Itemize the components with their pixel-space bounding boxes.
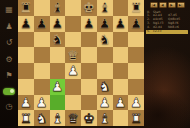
square-h7[interactable]: ♟ [128, 16, 144, 32]
square-b8[interactable] [34, 0, 50, 16]
next-move-button[interactable]: ▶ [168, 2, 176, 8]
black-pawn-a7[interactable]: ♟ [20, 17, 32, 30]
white-knight-f3[interactable]: ♞ [99, 80, 111, 93]
white-move: c2-c3 [153, 30, 168, 34]
white-pawn-c3[interactable]: ♟ [52, 80, 64, 93]
square-d2[interactable] [65, 95, 81, 111]
black-bishop-f8[interactable]: ♝ [99, 1, 111, 14]
settings-icon[interactable]: ⚙ [4, 55, 14, 64]
white-pawn-g2[interactable]: ♟ [115, 96, 127, 109]
square-g6[interactable] [113, 32, 129, 48]
white-pawn-f2[interactable]: ♟ [99, 96, 111, 109]
square-f8[interactable]: ♝ [97, 0, 113, 16]
black-pawn-g7[interactable]: ♟ [115, 17, 127, 30]
pieces-icon[interactable]: ♟ [4, 22, 14, 31]
square-d5[interactable]: ♛ [65, 47, 81, 63]
first-move-button[interactable]: |◀ [150, 2, 158, 8]
square-c5[interactable] [50, 47, 66, 63]
black-pawn-b7[interactable]: ♟ [36, 17, 48, 30]
square-a2[interactable]: ♟ [18, 95, 34, 111]
square-f4[interactable] [97, 63, 113, 79]
square-e5[interactable] [81, 47, 97, 63]
move-list: 0.Start1.e2-e4d7-d52.e4xd5Qd8xd53.Ng1-f3… [146, 11, 188, 34]
white-pawn-d4[interactable]: ♟ [67, 64, 79, 77]
square-a5[interactable] [18, 47, 34, 63]
square-c7[interactable]: ♟ [50, 16, 66, 32]
square-b5[interactable] [34, 47, 50, 63]
white-rook-h1[interactable]: ♜ [130, 112, 142, 125]
white-queen-d1[interactable]: ♛ [67, 112, 79, 125]
square-c2[interactable] [50, 95, 66, 111]
move-list-panel: |◀◀▶▶| 0.Start1.e2-e4d7-d52.e4xd5Qd8xd53… [146, 2, 188, 34]
square-h1[interactable]: ♜ [128, 110, 144, 126]
white-rook-a1[interactable]: ♜ [20, 112, 32, 125]
square-f2[interactable]: ♟ [97, 95, 113, 111]
black-knight-c6[interactable]: ♞ [52, 33, 64, 46]
square-d1[interactable]: ♛ [65, 110, 81, 126]
square-b6[interactable] [34, 32, 50, 48]
last-move-button[interactable]: ▶| [177, 2, 185, 8]
engine-toggle[interactable] [3, 88, 15, 95]
black-queen-d5[interactable]: ♛ [67, 49, 79, 62]
square-e1[interactable]: ♚ [81, 110, 97, 126]
square-c1[interactable]: ♝ [50, 110, 66, 126]
black-bishop-c8[interactable]: ♝ [52, 1, 64, 14]
black-move [168, 30, 188, 34]
square-h3[interactable] [128, 79, 144, 95]
black-king-e8[interactable]: ♚ [83, 1, 95, 14]
clock-icon[interactable]: ◷ [4, 102, 14, 111]
square-c8[interactable]: ♝ [50, 0, 66, 16]
white-bishop-c1[interactable]: ♝ [52, 112, 64, 125]
square-f3[interactable]: ♞ [97, 79, 113, 95]
square-c3[interactable]: ♟ [50, 79, 66, 95]
black-pawn-e7[interactable]: ♟ [83, 17, 95, 30]
white-bishop-f1[interactable]: ♝ [99, 112, 111, 125]
square-h8[interactable]: ♜ [128, 0, 144, 16]
move-navigation: |◀◀▶▶| [146, 2, 188, 8]
square-g2[interactable]: ♟ [113, 95, 129, 111]
black-pawn-h7[interactable]: ♟ [130, 17, 142, 30]
square-g3[interactable] [113, 79, 129, 95]
square-f1[interactable]: ♝ [97, 110, 113, 126]
square-e3[interactable] [81, 79, 97, 95]
square-e4[interactable] [81, 63, 97, 79]
black-pawn-c7[interactable]: ♟ [52, 17, 64, 30]
chess-app-window: ▦♟↺⚙⚑◷ ♜♝♚♝♜♟♟♟♟♟♟♟♞♞♛♟♟♞♟♟♟♟♟♜♞♝♛♚♝♜ |◀… [0, 0, 190, 128]
square-h5[interactable] [128, 47, 144, 63]
white-knight-b1[interactable]: ♞ [36, 112, 48, 125]
square-f6[interactable]: ♞ [97, 32, 113, 48]
square-b2[interactable]: ♟ [34, 95, 50, 111]
square-a6[interactable] [18, 32, 34, 48]
square-h2[interactable]: ♟ [128, 95, 144, 111]
square-g4[interactable] [113, 63, 129, 79]
square-g1[interactable] [113, 110, 129, 126]
square-d8[interactable] [65, 0, 81, 16]
undo-icon[interactable]: ↺ [4, 38, 14, 47]
square-d3[interactable] [65, 79, 81, 95]
square-a1[interactable]: ♜ [18, 110, 34, 126]
black-knight-f6[interactable]: ♞ [99, 33, 111, 46]
square-e8[interactable]: ♚ [81, 0, 97, 16]
square-d7[interactable] [65, 16, 81, 32]
square-e7[interactable]: ♟ [81, 16, 97, 32]
square-h4[interactable] [128, 63, 144, 79]
square-a8[interactable]: ♜ [18, 0, 34, 16]
square-f7[interactable]: ♟ [97, 16, 113, 32]
square-b7[interactable]: ♟ [34, 16, 50, 32]
prev-move-button[interactable]: ◀ [159, 2, 167, 8]
square-d6[interactable] [65, 32, 81, 48]
square-b1[interactable]: ♞ [34, 110, 50, 126]
square-f5[interactable] [97, 47, 113, 63]
white-king-e1[interactable]: ♚ [83, 112, 95, 125]
black-rook-a8[interactable]: ♜ [20, 1, 32, 14]
white-pawn-a2[interactable]: ♟ [20, 96, 32, 109]
white-pawn-b2[interactable]: ♟ [36, 96, 48, 109]
square-c4[interactable] [50, 63, 66, 79]
black-pawn-f7[interactable]: ♟ [99, 17, 111, 30]
square-e6[interactable] [81, 32, 97, 48]
board-icon[interactable]: ▦ [4, 5, 14, 14]
square-b4[interactable] [34, 63, 50, 79]
square-b3[interactable] [34, 79, 50, 95]
flag-icon[interactable]: ⚑ [4, 71, 14, 80]
toolbar-sidebar: ▦♟↺⚙⚑◷ [0, 0, 18, 128]
square-d4[interactable]: ♟ [65, 63, 81, 79]
square-c6[interactable]: ♞ [50, 32, 66, 48]
square-g8[interactable] [113, 0, 129, 16]
square-g5[interactable] [113, 47, 129, 63]
move-row[interactable]: 5.c2-c3 [146, 30, 188, 34]
square-a7[interactable]: ♟ [18, 16, 34, 32]
square-g7[interactable]: ♟ [113, 16, 129, 32]
square-a4[interactable] [18, 63, 34, 79]
square-a3[interactable] [18, 79, 34, 95]
square-h6[interactable] [128, 32, 144, 48]
chess-board: ♜♝♚♝♜♟♟♟♟♟♟♟♞♞♛♟♟♞♟♟♟♟♟♜♞♝♛♚♝♜ [18, 0, 144, 126]
white-pawn-h2[interactable]: ♟ [130, 96, 142, 109]
square-e2[interactable] [81, 95, 97, 111]
black-rook-h8[interactable]: ♜ [130, 1, 142, 14]
